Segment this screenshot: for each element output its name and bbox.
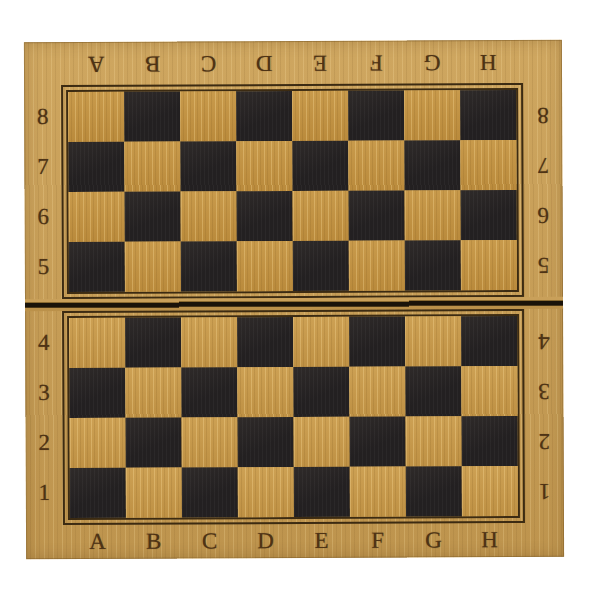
file-label-top-d: D [236,50,292,76]
file-label-bottom-b-text: B [146,529,162,554]
file-label-bottom-d-text: D [257,528,275,553]
square-e3[interactable] [293,367,349,417]
file-label-bottom-h: H [462,527,518,553]
chess-board: ABCDEFGH 8765 8765 4321 4321 ABCDEFGH [24,40,564,559]
rank-label-left-4-text: 4 [38,330,50,356]
board-grid-ranks-8-to-5 [66,88,519,294]
file-label-top-c-text: C [200,50,216,76]
square-f7[interactable] [348,141,404,191]
rank-label-right-7-text: 7 [537,152,549,178]
rank-label-left-8-text: 8 [37,104,49,130]
square-a2[interactable] [70,418,126,468]
square-d2[interactable] [238,417,294,467]
rank-label-left-3: 3 [25,368,62,418]
file-label-top-d-text: D [255,50,273,76]
square-h1[interactable] [462,466,518,516]
square-d5[interactable] [237,241,293,291]
square-c2[interactable] [182,417,238,467]
file-label-top-a-text: A [87,50,105,76]
rank-label-right-6-text: 6 [537,202,549,228]
square-c4[interactable] [181,317,237,367]
file-label-bottom-c-text: C [202,528,218,553]
square-b7[interactable] [124,141,180,191]
square-d8[interactable] [236,91,292,141]
rank-label-left-2-text: 2 [38,430,50,456]
board-grid-ranks-4-to-1 [67,314,520,520]
square-a5[interactable] [69,242,125,292]
rank-label-right-1: 1 [525,466,564,516]
rank-labels-right-upper: 8765 [523,83,563,297]
file-label-bottom-b: B [126,528,182,554]
file-label-bottom-h-text: H [481,527,499,552]
square-d7[interactable] [236,141,292,191]
rank-label-right-4-text: 4 [538,328,550,354]
square-b5[interactable] [125,241,181,291]
square-a3[interactable] [69,368,125,418]
square-e8[interactable] [292,91,348,141]
square-b1[interactable] [126,467,182,517]
file-label-bottom-e: E [294,528,350,554]
file-label-bottom-d: D [238,528,294,554]
rank-labels-left-upper: 8765 [24,85,62,299]
file-label-top-a: A [68,50,124,76]
square-c7[interactable] [180,141,236,191]
square-h8[interactable] [460,90,516,140]
rank-label-left-4: 4 [25,318,62,368]
rank-label-right-3: 3 [524,366,563,416]
square-f4[interactable] [349,317,405,367]
square-g3[interactable] [405,366,461,416]
square-g7[interactable] [404,140,460,190]
square-c1[interactable] [182,467,238,517]
rank-label-left-7-text: 7 [37,154,49,180]
file-label-bottom-f-text: F [371,528,385,553]
file-label-bottom-e-text: E [314,528,329,553]
file-label-top-g-text: G [423,49,441,75]
rank-labels-left-lower: 4321 [25,311,63,525]
file-label-bottom-g-text: G [425,527,443,552]
rank-label-right-2: 2 [525,416,564,466]
square-e4[interactable] [293,317,349,367]
file-label-top-c: C [180,50,236,76]
square-f5[interactable] [349,241,405,291]
square-b6[interactable] [125,191,181,241]
square-a8[interactable] [68,92,124,142]
square-e6[interactable] [293,191,349,241]
square-b8[interactable] [124,91,180,141]
rank-label-right-8: 8 [523,90,562,140]
rank-label-right-7: 7 [523,140,562,190]
file-label-bottom-f: F [350,528,406,554]
square-e7[interactable] [292,141,348,191]
rank-label-right-1-text: 1 [539,478,551,504]
square-e5[interactable] [293,241,349,291]
rank-label-right-4: 4 [524,316,563,366]
square-c6[interactable] [181,191,237,241]
board-lower-half [62,309,525,525]
rank-label-left-5-text: 5 [38,254,50,280]
rank-label-left-7: 7 [24,142,61,192]
rank-label-right-6: 6 [524,190,563,240]
square-f3[interactable] [349,367,405,417]
rank-label-right-8-text: 8 [537,102,549,128]
file-label-top-e-text: E [312,49,327,75]
square-b3[interactable] [125,367,181,417]
file-label-top-h-text: H [479,49,497,75]
square-a4[interactable] [69,318,125,368]
file-labels-top: ABCDEFGH [61,40,523,85]
rank-label-right-3-text: 3 [538,378,550,404]
file-label-top-f-text: F [369,49,383,75]
square-f6[interactable] [349,191,405,241]
rank-label-left-2: 2 [26,418,63,468]
rank-label-left-1: 1 [26,468,63,518]
square-g8[interactable] [404,90,460,140]
file-label-top-e: E [292,49,348,75]
square-b2[interactable] [126,417,182,467]
square-h5[interactable] [461,240,517,290]
square-g5[interactable] [405,240,461,290]
square-f1[interactable] [350,467,406,517]
file-label-top-g: G [404,49,460,75]
square-e1[interactable] [294,467,350,517]
square-a7[interactable] [68,142,124,192]
square-c5[interactable] [181,241,237,291]
rank-label-left-1-text: 1 [39,480,51,506]
square-c8[interactable] [180,91,236,141]
file-label-top-f: F [348,49,404,75]
square-c3[interactable] [181,367,237,417]
square-f2[interactable] [350,417,406,467]
rank-label-left-5: 5 [25,242,62,292]
square-g2[interactable] [406,416,462,466]
square-a6[interactable] [69,192,125,242]
file-label-top-b: B [124,50,180,76]
rank-label-right-2-text: 2 [538,428,550,454]
square-d4[interactable] [237,317,293,367]
square-g1[interactable] [406,466,462,516]
square-h4[interactable] [461,316,517,366]
file-label-bottom-a-text: A [89,529,107,554]
file-label-top-h: H [460,49,516,75]
file-label-top-b-text: B [144,50,160,76]
rank-label-left-6: 6 [25,192,62,242]
rank-labels-right-lower: 4321 [524,309,564,523]
square-h3[interactable] [461,366,517,416]
square-h2[interactable] [462,416,518,466]
square-d1[interactable] [238,467,294,517]
square-b4[interactable] [125,317,181,367]
board-upper-half [61,83,524,299]
rank-label-right-5-text: 5 [538,252,550,278]
rank-label-left-3-text: 3 [38,380,50,406]
square-e2[interactable] [294,417,350,467]
square-f8[interactable] [348,91,404,141]
rank-label-right-5: 5 [524,240,563,290]
rank-label-left-6-text: 6 [37,204,49,230]
file-label-bottom-a: A [70,529,126,555]
file-label-bottom-g: G [406,527,462,553]
square-g6[interactable] [405,190,461,240]
square-a1[interactable] [70,468,126,518]
rank-label-left-8: 8 [24,92,61,142]
square-h6[interactable] [461,190,517,240]
file-label-bottom-c: C [182,528,238,554]
square-d3[interactable] [237,367,293,417]
file-labels-bottom: ABCDEFGH [63,523,525,559]
square-d6[interactable] [237,191,293,241]
square-g4[interactable] [405,316,461,366]
square-h7[interactable] [460,140,516,190]
